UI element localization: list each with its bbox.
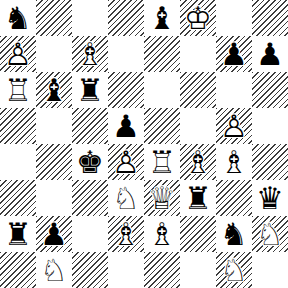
square-f2[interactable]: [180, 216, 216, 252]
piece-black-rook: ♜: [0, 216, 36, 252]
piece-white-knight-fill: ♞: [36, 252, 72, 288]
square-b3[interactable]: [36, 180, 72, 216]
square-d8[interactable]: [108, 0, 144, 36]
piece-black-pawn: ♟: [36, 216, 72, 252]
square-b7[interactable]: [36, 36, 72, 72]
square-f3[interactable]: ♜: [180, 180, 216, 216]
square-e5[interactable]: [144, 108, 180, 144]
square-e6[interactable]: [144, 72, 180, 108]
square-b4[interactable]: [36, 144, 72, 180]
square-e2[interactable]: ♝♗: [144, 216, 180, 252]
piece-black-bishop: ♝: [36, 72, 72, 108]
piece-white-bishop: ♗: [216, 144, 252, 180]
piece-white-bishop-fill: ♝: [108, 216, 144, 252]
square-b1[interactable]: ♞♘: [36, 252, 72, 288]
square-a5[interactable]: [0, 108, 36, 144]
square-h8[interactable]: [252, 0, 288, 36]
square-g6[interactable]: [216, 72, 252, 108]
square-d7[interactable]: [108, 36, 144, 72]
piece-white-pawn-fill: ♟: [108, 144, 144, 180]
square-g8[interactable]: [216, 0, 252, 36]
square-g2[interactable]: ♞: [216, 216, 252, 252]
piece-white-queen: ♕: [144, 180, 180, 216]
piece-white-pawn: ♙: [0, 36, 36, 72]
square-d5[interactable]: ♟: [108, 108, 144, 144]
square-h7[interactable]: ♟: [252, 36, 288, 72]
square-g1[interactable]: ♞♘: [216, 252, 252, 288]
piece-black-pawn: ♟: [252, 36, 288, 72]
piece-white-rook-fill: ♜: [0, 72, 36, 108]
piece-black-queen: ♛: [252, 180, 288, 216]
piece-white-knight-fill: ♞: [252, 216, 288, 252]
square-c8[interactable]: [72, 0, 108, 36]
square-a7[interactable]: ♟♙: [0, 36, 36, 72]
piece-white-rook: ♖: [144, 144, 180, 180]
square-f1[interactable]: [180, 252, 216, 288]
piece-white-knight-fill: ♞: [216, 252, 252, 288]
square-e8[interactable]: ♝: [144, 0, 180, 36]
chess-board: ♞♝♚♔♟♙♝♗♟♟♜♖♝♜♟♟♙♚♟♙♜♖♝♗♝♗♞♘♛♕♜♛♜♟♝♗♝♗♞♞…: [0, 0, 288, 288]
square-e1[interactable]: [144, 252, 180, 288]
piece-white-knight: ♘: [252, 216, 288, 252]
piece-white-bishop: ♗: [108, 216, 144, 252]
piece-black-rook: ♜: [180, 180, 216, 216]
square-h3[interactable]: ♛: [252, 180, 288, 216]
square-h1[interactable]: [252, 252, 288, 288]
square-g5[interactable]: ♟♙: [216, 108, 252, 144]
piece-white-rook: ♖: [0, 72, 36, 108]
square-h5[interactable]: [252, 108, 288, 144]
square-g3[interactable]: [216, 180, 252, 216]
piece-white-bishop-fill: ♝: [72, 36, 108, 72]
piece-white-pawn-fill: ♟: [216, 108, 252, 144]
piece-black-pawn: ♟: [108, 108, 144, 144]
piece-white-bishop-fill: ♝: [180, 144, 216, 180]
square-c7[interactable]: ♝♗: [72, 36, 108, 72]
piece-white-bishop-fill: ♝: [216, 144, 252, 180]
piece-white-knight: ♘: [108, 180, 144, 216]
square-b6[interactable]: ♝: [36, 72, 72, 108]
square-f8[interactable]: ♚♔: [180, 0, 216, 36]
piece-white-pawn: ♙: [108, 144, 144, 180]
square-a4[interactable]: [0, 144, 36, 180]
piece-black-knight: ♞: [216, 216, 252, 252]
square-a6[interactable]: ♜♖: [0, 72, 36, 108]
piece-white-king-fill: ♚: [180, 0, 216, 36]
piece-black-pawn: ♟: [216, 36, 252, 72]
piece-white-pawn: ♙: [216, 108, 252, 144]
square-d3[interactable]: ♞♘: [108, 180, 144, 216]
square-e4[interactable]: ♜♖: [144, 144, 180, 180]
square-a1[interactable]: [0, 252, 36, 288]
piece-white-bishop: ♗: [72, 36, 108, 72]
piece-white-knight: ♘: [36, 252, 72, 288]
square-f7[interactable]: [180, 36, 216, 72]
square-f5[interactable]: [180, 108, 216, 144]
square-b8[interactable]: [36, 0, 72, 36]
square-b5[interactable]: [36, 108, 72, 144]
piece-white-queen-fill: ♛: [144, 180, 180, 216]
square-g4[interactable]: ♝♗: [216, 144, 252, 180]
square-c1[interactable]: [72, 252, 108, 288]
square-e3[interactable]: ♛♕: [144, 180, 180, 216]
piece-white-pawn-fill: ♟: [0, 36, 36, 72]
square-d6[interactable]: [108, 72, 144, 108]
square-b2[interactable]: ♟: [36, 216, 72, 252]
piece-black-king: ♚: [72, 144, 108, 180]
square-d4[interactable]: ♟♙: [108, 144, 144, 180]
square-d2[interactable]: ♝♗: [108, 216, 144, 252]
piece-black-knight: ♞: [0, 0, 36, 36]
square-g7[interactable]: ♟: [216, 36, 252, 72]
square-a2[interactable]: ♜: [0, 216, 36, 252]
square-a3[interactable]: [0, 180, 36, 216]
square-c5[interactable]: [72, 108, 108, 144]
piece-white-bishop-fill: ♝: [144, 216, 180, 252]
piece-black-rook: ♜: [72, 72, 108, 108]
piece-white-bishop: ♗: [180, 144, 216, 180]
square-f4[interactable]: ♝♗: [180, 144, 216, 180]
square-h4[interactable]: [252, 144, 288, 180]
square-h2[interactable]: ♞♘: [252, 216, 288, 252]
square-h6[interactable]: [252, 72, 288, 108]
square-f6[interactable]: [180, 72, 216, 108]
square-c3[interactable]: [72, 180, 108, 216]
piece-white-king: ♔: [180, 0, 216, 36]
square-c2[interactable]: [72, 216, 108, 252]
piece-white-bishop: ♗: [144, 216, 180, 252]
square-c4[interactable]: ♚: [72, 144, 108, 180]
square-a8[interactable]: ♞: [0, 0, 36, 36]
piece-black-bishop: ♝: [144, 0, 180, 36]
square-c6[interactable]: ♜: [72, 72, 108, 108]
square-d1[interactable]: [108, 252, 144, 288]
piece-white-knight: ♘: [216, 252, 252, 288]
piece-white-knight-fill: ♞: [108, 180, 144, 216]
piece-white-rook-fill: ♜: [144, 144, 180, 180]
square-e7[interactable]: [144, 36, 180, 72]
